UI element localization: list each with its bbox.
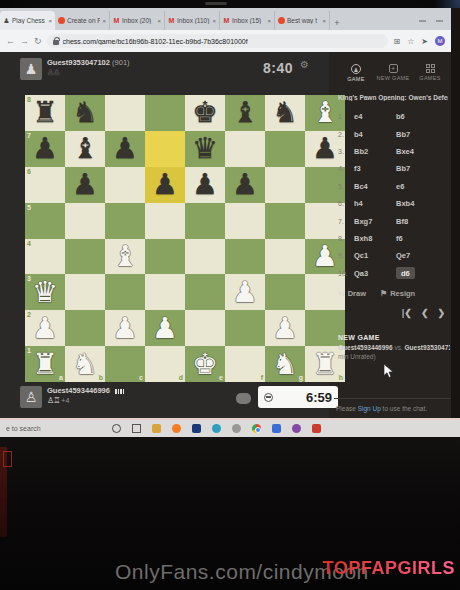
black-knight-b8[interactable]: ♞ (65, 95, 105, 131)
move-row: 1.e4b6 (338, 108, 450, 125)
close-tab-icon[interactable]: × (267, 18, 271, 24)
black-bishop-f8[interactable]: ♝ (225, 95, 265, 131)
square-f1[interactable]: f (225, 346, 265, 382)
taskbar-search[interactable]: e to search (0, 425, 112, 432)
reload-icon[interactable]: ↻ (34, 36, 42, 46)
move-row: 8.Bxh8f6 (338, 230, 450, 247)
square-f8[interactable]: ♝ (225, 95, 265, 131)
white-pawn-d2[interactable]: ♟ (145, 310, 185, 346)
bottom-player-avatar[interactable]: ♙ (20, 386, 42, 408)
move-row: 3.Bb2Bxe4 (338, 143, 450, 160)
move-row: 2.b4Bb7 (338, 125, 450, 142)
bottom-player-bar: ♙ Guest4593446996 ♙♖+4 (20, 386, 124, 408)
bookmark-star-icon[interactable]: ☆ (407, 37, 414, 46)
move-row: 10.Qa3d6 (338, 265, 450, 282)
white-move[interactable]: Bxg7 (354, 217, 396, 226)
black-bishop-b7[interactable]: ♝ (65, 131, 105, 167)
square-g6[interactable] (265, 167, 305, 203)
laptop-bezel (451, 8, 460, 437)
square-c2[interactable]: ♟ (105, 310, 145, 346)
move-number: 3. (338, 148, 354, 155)
square-e2[interactable] (185, 310, 225, 346)
black-move[interactable]: d6 (396, 269, 438, 278)
white-move[interactable]: e4 (354, 112, 396, 121)
black-rook-a8[interactable]: ♜ (25, 95, 65, 131)
move-number: 2. (338, 131, 354, 138)
square-b3[interactable] (65, 274, 105, 310)
black-pawn-e6[interactable]: ♟ (185, 167, 225, 203)
black-move[interactable]: Qe7 (396, 251, 438, 260)
square-c8[interactable] (105, 95, 145, 131)
white-knight-g1[interactable]: ♞ (265, 346, 305, 382)
url-text: chess.com/game/bc16b96b-8102-11ec-b9bd-7… (63, 38, 248, 45)
grid-icon (426, 64, 435, 73)
black-player-name: Guest93530471 (405, 344, 450, 351)
square-f4[interactable] (225, 239, 265, 275)
divider (334, 398, 451, 399)
rank-label: 5 (27, 204, 31, 211)
forward-icon[interactable]: → (20, 36, 29, 46)
chess-page: ♟ Guest9353047102 (901) ♟♟ 8:40 ⚙ 8♜♞♚♝♞… (0, 52, 451, 424)
draw-button[interactable]: ½ Draw (338, 289, 366, 298)
square-b5[interactable] (65, 203, 105, 239)
square-g7[interactable] (265, 131, 305, 167)
browser-tab[interactable]: Best way t× (275, 11, 330, 30)
black-king-e8[interactable]: ♚ (185, 95, 225, 131)
browser-tab[interactable]: Create on F× (55, 11, 110, 30)
white-move[interactable]: Qc1 (354, 251, 396, 260)
white-queen-a3[interactable]: ♛ (25, 274, 65, 310)
move-list[interactable]: 1.e4b62.b4Bb73.Bb2Bxe44.f3Bb75.Bc4e66.h4… (338, 108, 450, 282)
square-f5[interactable] (225, 203, 265, 239)
clock-icon (264, 393, 273, 402)
tab-title: Play Chess (12, 17, 46, 24)
file-label: f (261, 374, 263, 381)
lock-icon (53, 40, 59, 45)
cortana-icon[interactable] (112, 424, 121, 433)
app-red-icon[interactable] (312, 424, 321, 433)
close-tab-icon[interactable]: × (48, 18, 52, 24)
browser-profile-avatar[interactable]: M (435, 36, 445, 46)
square-c6[interactable] (105, 167, 145, 203)
app-icon[interactable] (232, 424, 241, 433)
move-navigation: |❮ ❮ ❯ (402, 308, 445, 318)
move-number: 9. (338, 252, 354, 259)
window-controls[interactable] (419, 20, 451, 22)
firefox-icon[interactable] (172, 424, 181, 433)
browser-toolbar: ← → ↻ chess.com/game/bc16b96b-8102-11ec-… (0, 30, 451, 52)
black-pawn-a7[interactable]: ♟ (25, 131, 65, 167)
square-b2[interactable] (65, 310, 105, 346)
browser-tab[interactable]: MInbox (15)× (220, 11, 275, 30)
square-g2[interactable]: ♟ (265, 310, 305, 346)
top-player-captured-pieces: ♟♟ (47, 68, 130, 77)
close-tab-icon[interactable]: × (322, 18, 326, 24)
material-advantage: +4 (61, 397, 69, 404)
square-b6[interactable]: ♟ (65, 167, 105, 203)
white-king-e1[interactable]: ♚ (185, 346, 225, 382)
black-pawn-b6[interactable]: ♟ (65, 167, 105, 203)
app-purple-icon[interactable] (292, 424, 301, 433)
square-a1[interactable]: 1a♜ (25, 346, 65, 382)
file-label: c (139, 374, 143, 381)
browser-tab-bar: ♟Play Chess×Create on F×MInbox (20)×MInb… (0, 8, 451, 30)
square-c1[interactable]: c (105, 346, 145, 382)
move-number: 5. (338, 183, 354, 190)
square-a4[interactable]: 4 (25, 239, 65, 275)
new-game-announcement: NEW GAME Guest4593446996 vs. Guest935304… (338, 334, 450, 360)
half-icon: ½ (338, 289, 345, 298)
white-move[interactable]: Qa3 (354, 269, 396, 278)
plus-icon: + (389, 64, 398, 73)
connection-bars-icon (115, 389, 124, 394)
square-d4[interactable] (145, 239, 185, 275)
gmail-favicon-icon: M (223, 17, 230, 24)
black-move[interactable]: Bb7 (396, 130, 438, 139)
opening-name: King's Pawn Opening: Owen's Defen... (338, 94, 448, 101)
square-e4[interactable] (185, 239, 225, 275)
white-bishop-c4[interactable]: ♝ (105, 239, 145, 275)
move-row: 6.h4Bxb4 (338, 195, 450, 212)
black-move[interactable]: Bxe4 (396, 147, 438, 156)
browser-tab[interactable]: MInbox (110)× (165, 11, 220, 30)
white-move[interactable]: Bc4 (354, 182, 396, 191)
tab-games[interactable]: GAMES (412, 64, 448, 82)
nav-back-button[interactable]: ❮ (421, 308, 429, 318)
tab-title: Create on F (67, 17, 100, 24)
black-pawn-c7[interactable]: ♟ (105, 131, 145, 167)
square-b8[interactable]: ♞ (65, 95, 105, 131)
square-g8[interactable]: ♞ (265, 95, 305, 131)
square-g3[interactable] (265, 274, 305, 310)
gmail-favicon-icon: M (168, 17, 175, 24)
black-move[interactable]: f6 (396, 234, 438, 243)
square-b1[interactable]: b♞ (65, 346, 105, 382)
move-number: 6. (338, 200, 354, 207)
square-g5[interactable] (265, 203, 305, 239)
square-d6[interactable]: ♟ (145, 167, 185, 203)
white-player-name: Guest4593446996 (338, 344, 393, 351)
resign-button[interactable]: ⚑ Resign (380, 289, 415, 298)
rank-label: 4 (27, 240, 31, 247)
square-f2[interactable] (225, 310, 265, 346)
tab-new-game[interactable]: + NEW GAME (375, 64, 411, 82)
white-knight-b1[interactable]: ♞ (65, 346, 105, 382)
windows-taskbar: e to search (0, 418, 460, 437)
square-f3[interactable]: ♟ (225, 274, 265, 310)
chrome-icon[interactable] (252, 424, 261, 433)
square-e5[interactable] (185, 203, 225, 239)
sidebar-tabs: ♟ GAME + NEW GAME GAMES (338, 64, 448, 82)
black-move[interactable]: e6 (396, 182, 438, 191)
browser-tab[interactable]: ♟Play Chess× (0, 11, 55, 30)
black-pawn-f6[interactable]: ♟ (225, 167, 265, 203)
mouse-cursor (383, 364, 394, 379)
chat-signup-notice: Please Sign Up to use the chat. (336, 405, 450, 412)
tab-title: Inbox (110) (177, 17, 210, 24)
share-icon[interactable]: ⊞ (393, 37, 400, 46)
taskview-icon[interactable] (132, 424, 141, 433)
square-f7[interactable] (225, 131, 265, 167)
square-e6[interactable]: ♟ (185, 167, 225, 203)
close-tab-icon[interactable]: × (212, 18, 216, 24)
chess-board[interactable]: 8♜♞♚♝♞♝7♟♝♟♛♟6♟♟♟♟54♝♟3♛♟2♟♟♟♟1a♜b♞cde♚f… (25, 95, 345, 382)
square-g1[interactable]: g♞ (265, 346, 305, 382)
white-move[interactable]: h4 (354, 199, 396, 208)
black-knight-g8[interactable]: ♞ (265, 95, 305, 131)
square-d2[interactable]: ♟ (145, 310, 185, 346)
game-pawn-icon: ♟ (351, 64, 361, 74)
game-actions: ½ Draw ⚑ Resign (338, 289, 415, 298)
move-row: 7.Bxg7Bf8 (338, 212, 450, 229)
browser-tab[interactable]: MInbox (20)× (110, 11, 165, 30)
tab-game[interactable]: ♟ GAME (338, 64, 374, 82)
black-pawn-d6[interactable]: ♟ (145, 167, 185, 203)
top-player-avatar[interactable]: ♟ (20, 58, 42, 80)
square-g4[interactable] (265, 239, 305, 275)
explorer-icon[interactable] (152, 424, 161, 433)
extension-pin-icon[interactable]: ➤ (421, 37, 428, 46)
square-b4[interactable] (65, 239, 105, 275)
square-a5[interactable]: 5 (25, 203, 65, 239)
address-bar[interactable]: chess.com/game/bc16b96b-8102-11ec-b9bd-7… (47, 34, 389, 48)
top-player-name[interactable]: Guest9353047102 (47, 58, 110, 67)
keyboard-key-outline (3, 451, 12, 467)
bottom-player-name[interactable]: Guest4593446996 (47, 386, 110, 395)
rank-label: 6 (27, 168, 31, 175)
white-pawn-a2[interactable]: ♟ (25, 310, 65, 346)
photo-of-laptop: ♟Play Chess×Create on F×MInbox (20)×MInb… (0, 0, 460, 590)
black-queen-e7[interactable]: ♛ (185, 131, 225, 167)
edge-icon[interactable] (212, 424, 221, 433)
square-f6[interactable]: ♟ (225, 167, 265, 203)
file-label: d (179, 374, 183, 381)
pawn-favicon-icon: ♟ (3, 17, 10, 24)
white-rook-a1[interactable]: ♜ (25, 346, 65, 382)
close-tab-icon[interactable]: × (157, 18, 161, 24)
top-player-clock: 8:40 (263, 60, 293, 76)
square-a8[interactable]: 8♜ (25, 95, 65, 131)
move-row: 9.Qc1Qe7 (338, 247, 450, 264)
topfapgirls-watermark: TOPFAPGIRLS (323, 558, 455, 579)
white-pawn-g2[interactable]: ♟ (265, 310, 305, 346)
white-move[interactable]: f3 (354, 164, 396, 173)
square-d3[interactable] (145, 274, 185, 310)
move-number: 7. (338, 218, 354, 225)
square-a7[interactable]: 7♟ (25, 131, 65, 167)
light-reflection (205, 2, 227, 5)
move-number: 1. (338, 113, 354, 120)
nav-forward-button[interactable]: ❯ (437, 308, 445, 318)
square-c7[interactable]: ♟ (105, 131, 145, 167)
white-move[interactable]: Bxh8 (354, 234, 396, 243)
black-move[interactable]: Bxb4 (396, 199, 438, 208)
top-player-rating: (901) (112, 58, 130, 67)
app-blue-icon[interactable] (272, 424, 281, 433)
settings-gear-icon[interactable]: ⚙ (300, 59, 309, 70)
new-tab-button[interactable]: + (330, 16, 344, 30)
black-move[interactable]: Bb7 (396, 164, 438, 173)
move-number: 4. (338, 165, 354, 172)
tab-title: Inbox (15) (232, 17, 265, 24)
bottom-player-clock: 6:59 (258, 386, 338, 408)
square-d5[interactable] (145, 203, 185, 239)
white-move[interactable]: b4 (354, 130, 396, 139)
tab-title: Inbox (20) (122, 17, 155, 24)
square-a3[interactable]: 3♛ (25, 274, 65, 310)
square-a2[interactable]: 2♟ (25, 310, 65, 346)
square-d8[interactable] (145, 95, 185, 131)
white-pawn-f3[interactable]: ♟ (225, 274, 265, 310)
close-tab-icon[interactable]: × (102, 18, 106, 24)
square-c4[interactable]: ♝ (105, 239, 145, 275)
bottom-player-captured-pieces: ♙♖+4 (47, 396, 124, 405)
nav-first-button[interactable]: |❮ (402, 308, 412, 318)
square-d7[interactable] (145, 131, 185, 167)
square-e8[interactable]: ♚ (185, 95, 225, 131)
gmail-favicon-icon: M (113, 17, 120, 24)
tab-title: Best way t (287, 17, 320, 24)
move-row: 4.f3Bb7 (338, 160, 450, 177)
white-pawn-c2[interactable]: ♟ (105, 310, 145, 346)
top-player-bar: ♟ Guest9353047102 (901) ♟♟ (20, 58, 130, 80)
white-move[interactable]: Bb2 (354, 147, 396, 156)
black-move[interactable]: Bf8 (396, 217, 438, 226)
move-number: 8. (338, 235, 354, 242)
flag-icon: ⚑ (380, 289, 387, 298)
chat-emoji-icon[interactable] (236, 393, 251, 404)
square-c3[interactable] (105, 274, 145, 310)
square-e7[interactable]: ♛ (185, 131, 225, 167)
orange-favicon-icon (58, 17, 65, 24)
black-move[interactable]: b6 (396, 112, 438, 121)
square-b7[interactable]: ♝ (65, 131, 105, 167)
square-d1[interactable]: d (145, 346, 185, 382)
photos-icon[interactable] (192, 424, 201, 433)
square-a6[interactable]: 6 (25, 167, 65, 203)
orange-favicon-icon (278, 17, 285, 24)
move-number: 10. (338, 270, 354, 277)
square-c5[interactable] (105, 203, 145, 239)
move-row: 5.Bc4e6 (338, 178, 450, 195)
square-e3[interactable] (185, 274, 225, 310)
sign-up-link[interactable]: Sign Up (358, 405, 381, 412)
browser-window: ♟Play Chess×Create on F×MInbox (20)×MInb… (0, 8, 451, 437)
back-icon[interactable]: ← (6, 36, 15, 46)
square-e1[interactable]: e♚ (185, 346, 225, 382)
